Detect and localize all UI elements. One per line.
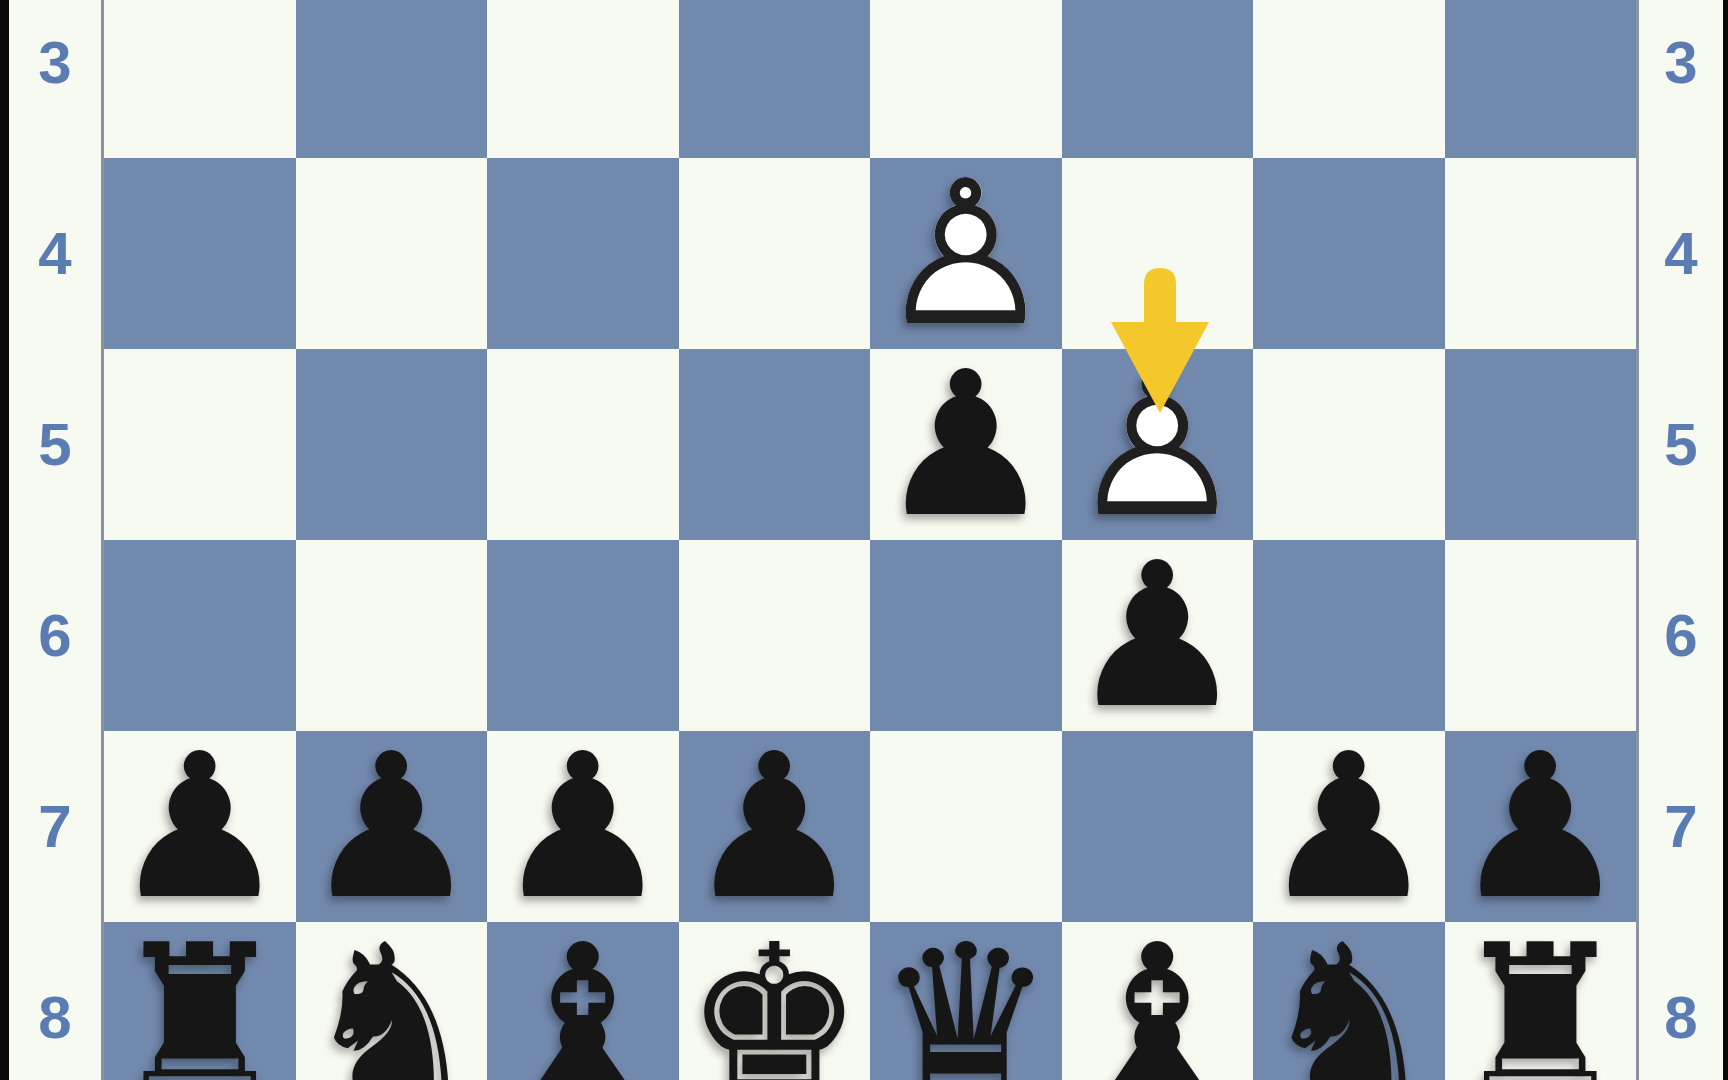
black-bishop: ♝: [487, 922, 679, 1080]
rank-label-4-left: 4: [9, 219, 101, 289]
rank-label-3-left: 3: [9, 28, 101, 98]
square-g7[interactable]: ♟: [296, 731, 488, 922]
black-queen: ♛: [870, 922, 1062, 1080]
black-knight: ♞: [296, 922, 488, 1080]
square-g6[interactable]: [296, 540, 488, 731]
square-a5[interactable]: [1445, 349, 1637, 540]
square-f8[interactable]: ♝: [487, 922, 679, 1080]
square-e4[interactable]: [679, 158, 871, 349]
chess-app-screenshot: 345678 ♟♙♟♟♙♟♟♟♟♟♟♟♜♞♝♚♛♝♞♜ 345678: [0, 0, 1728, 1080]
rank-label-7-right: 7: [1639, 792, 1723, 862]
square-d5[interactable]: ♟: [870, 349, 1062, 540]
square-b6[interactable]: [1253, 540, 1445, 731]
square-d7[interactable]: [870, 731, 1062, 922]
black-bishop: ♝: [1062, 922, 1254, 1080]
square-a8[interactable]: ♜: [1445, 922, 1637, 1080]
black-rook: ♜: [1445, 922, 1637, 1080]
black-pawn: ♟: [1062, 540, 1254, 731]
square-g4[interactable]: [296, 158, 488, 349]
square-c3[interactable]: [1062, 0, 1254, 158]
square-h4[interactable]: [104, 158, 296, 349]
square-b4[interactable]: [1253, 158, 1445, 349]
square-a7[interactable]: ♟: [1445, 731, 1637, 922]
rank-label-3-right: 3: [1639, 28, 1723, 98]
square-f4[interactable]: [487, 158, 679, 349]
square-d8[interactable]: ♛: [870, 922, 1062, 1080]
white-piece-outline: ♙: [870, 158, 1062, 349]
square-b5[interactable]: [1253, 349, 1445, 540]
square-f6[interactable]: [487, 540, 679, 731]
square-c7[interactable]: [1062, 731, 1254, 922]
square-e7[interactable]: ♟: [679, 731, 871, 922]
black-pawn: ♟: [1253, 731, 1445, 922]
rank-label-5-right: 5: [1639, 410, 1723, 480]
square-g8[interactable]: ♞: [296, 922, 488, 1080]
square-c8[interactable]: ♝: [1062, 922, 1254, 1080]
square-h3[interactable]: [104, 0, 296, 158]
square-e6[interactable]: [679, 540, 871, 731]
square-c6[interactable]: ♟: [1062, 540, 1254, 731]
rank-label-6-right: 6: [1639, 601, 1723, 671]
square-d4[interactable]: ♟♙: [870, 158, 1062, 349]
square-f7[interactable]: ♟: [487, 731, 679, 922]
square-h5[interactable]: [104, 349, 296, 540]
rank-coordinates-right: 345678: [1639, 0, 1723, 1080]
white-piece-outline: ♙: [1062, 349, 1254, 540]
square-g3[interactable]: [296, 0, 488, 158]
square-b8[interactable]: ♞: [1253, 922, 1445, 1080]
rank-label-8-left: 8: [9, 983, 101, 1053]
black-pawn: ♟: [104, 731, 296, 922]
rank-label-6-left: 6: [9, 601, 101, 671]
black-pawn: ♟: [870, 349, 1062, 540]
square-h8[interactable]: ♜: [104, 922, 296, 1080]
square-a6[interactable]: [1445, 540, 1637, 731]
square-a4[interactable]: [1445, 158, 1637, 349]
rank-label-7-left: 7: [9, 792, 101, 862]
rank-label-8-right: 8: [1639, 983, 1723, 1053]
square-d3[interactable]: [870, 0, 1062, 158]
square-b7[interactable]: ♟: [1253, 731, 1445, 922]
square-c5[interactable]: ♟♙: [1062, 349, 1254, 540]
black-king: ♚: [679, 922, 871, 1080]
square-c4[interactable]: [1062, 158, 1254, 349]
chess-board: ♟♙♟♟♙♟♟♟♟♟♟♟♜♞♝♚♛♝♞♜: [101, 0, 1639, 1080]
rank-label-5-left: 5: [9, 410, 101, 480]
square-d6[interactable]: [870, 540, 1062, 731]
white-pawn: ♟♙: [870, 158, 1062, 349]
square-f3[interactable]: [487, 0, 679, 158]
square-e8[interactable]: ♚: [679, 922, 871, 1080]
black-knight: ♞: [1253, 922, 1445, 1080]
square-e3[interactable]: [679, 0, 871, 158]
square-f5[interactable]: [487, 349, 679, 540]
square-g5[interactable]: [296, 349, 488, 540]
rank-label-4-right: 4: [1639, 219, 1723, 289]
white-pawn: ♟♙: [1062, 349, 1254, 540]
square-e5[interactable]: [679, 349, 871, 540]
black-pawn: ♟: [296, 731, 488, 922]
black-pawn: ♟: [487, 731, 679, 922]
black-pawn: ♟: [679, 731, 871, 922]
black-pawn: ♟: [1445, 731, 1637, 922]
square-h7[interactable]: ♟: [104, 731, 296, 922]
square-b3[interactable]: [1253, 0, 1445, 158]
square-h6[interactable]: [104, 540, 296, 731]
square-a3[interactable]: [1445, 0, 1637, 158]
black-rook: ♜: [104, 922, 296, 1080]
rank-coordinates-left: 345678: [9, 0, 101, 1080]
